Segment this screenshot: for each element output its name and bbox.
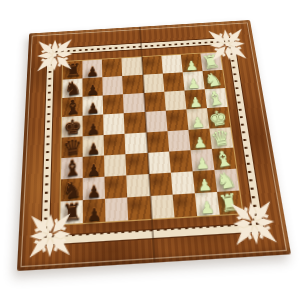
square-c8[interactable]: ♝: [61, 156, 83, 179]
square-d4[interactable]: [146, 131, 169, 153]
square-d3[interactable]: [167, 129, 190, 151]
square-e3[interactable]: [165, 110, 188, 131]
square-b8[interactable]: ♞: [61, 178, 83, 202]
square-h5[interactable]: [122, 57, 143, 76]
square-c4[interactable]: [147, 151, 170, 174]
square-b3[interactable]: [170, 171, 194, 194]
chess-board: ♜♟♟♜♞♟♟♞♝♟♟♝♚♟♟♚♛♟♟♛♝♟♟♝♞♟♟♞♜♟♟♜: [17, 20, 291, 271]
square-b4[interactable]: [149, 172, 173, 195]
square-e7[interactable]: ♟: [83, 115, 104, 136]
square-f7[interactable]: ♟: [83, 96, 104, 116]
square-e4[interactable]: [145, 111, 167, 132]
star-inlay-icon: [221, 191, 289, 255]
square-h4[interactable]: [141, 56, 162, 75]
square-d1[interactable]: ♛: [209, 127, 233, 149]
photo-background: ♜♟♟♜♞♟♟♞♝♟♟♝♚♟♟♚♛♟♟♛♝♟♟♝♞♟♟♞♜♟♟♜: [0, 0, 300, 300]
square-g5[interactable]: [123, 75, 144, 95]
square-g1[interactable]: ♞: [202, 70, 225, 90]
square-b5[interactable]: [127, 174, 150, 197]
square-e1[interactable]: ♚: [207, 107, 230, 128]
square-g7[interactable]: ♟: [83, 77, 103, 97]
square-a7[interactable]: ♟: [83, 199, 106, 223]
square-b6[interactable]: [105, 175, 128, 199]
black-pawn: ♟: [87, 207, 102, 224]
square-a4[interactable]: [150, 195, 174, 219]
square-e8[interactable]: ♚: [62, 116, 83, 137]
square-a2[interactable]: ♟: [195, 192, 220, 216]
square-c6[interactable]: [104, 154, 126, 177]
square-a6[interactable]: [105, 197, 128, 221]
square-h2[interactable]: ♟: [181, 54, 203, 73]
square-c7[interactable]: ♟: [83, 155, 105, 178]
star-inlay-icon: [29, 32, 80, 79]
star-inlay-icon: [200, 22, 256, 69]
square-e5[interactable]: [124, 112, 146, 133]
square-e2[interactable]: ♟: [186, 108, 209, 129]
square-d7[interactable]: ♟: [83, 135, 105, 157]
board-surface: ♜♟♟♜♞♟♟♞♝♟♟♝♚♟♟♚♛♟♟♛♝♟♟♝♞♟♟♞♜♟♟♜: [17, 20, 291, 271]
square-d5[interactable]: [125, 132, 147, 154]
square-f5[interactable]: [123, 93, 144, 113]
square-d8[interactable]: ♛: [61, 136, 82, 158]
page: { "game": "chess", "scene": "inlaid wood…: [0, 0, 300, 300]
square-a5[interactable]: [128, 196, 152, 220]
square-g6[interactable]: [103, 76, 124, 96]
square-f2[interactable]: ♟: [184, 90, 207, 110]
square-f4[interactable]: [144, 92, 166, 112]
square-f6[interactable]: [103, 94, 124, 114]
square-g2[interactable]: ♟: [182, 71, 204, 91]
square-e6[interactable]: [103, 114, 125, 135]
star-inlay-icon: [19, 204, 79, 269]
square-c3[interactable]: [169, 150, 193, 173]
square-f8[interactable]: ♝: [62, 97, 83, 117]
square-a3[interactable]: [172, 193, 197, 217]
square-c2[interactable]: ♟: [190, 149, 214, 172]
square-g4[interactable]: [143, 74, 164, 94]
white-pawn: ♟: [199, 200, 215, 217]
square-b1[interactable]: ♞: [214, 168, 239, 191]
square-h3[interactable]: [161, 55, 182, 74]
square-g8[interactable]: ♞: [62, 79, 82, 99]
square-g3[interactable]: [162, 72, 184, 92]
square-d2[interactable]: ♟: [188, 128, 212, 150]
checkerboard-field: ♜♟♟♜♞♟♟♞♝♟♟♝♚♟♟♚♛♟♟♛♝♟♟♝♞♟♟♞♜♟♟♜: [59, 51, 244, 225]
square-f1[interactable]: ♝: [205, 88, 228, 108]
square-h7[interactable]: ♟: [83, 60, 103, 79]
square-b7[interactable]: ♟: [83, 176, 105, 200]
square-c1[interactable]: ♝: [212, 147, 236, 170]
square-h6[interactable]: [102, 58, 122, 77]
square-d6[interactable]: [104, 133, 126, 155]
square-c5[interactable]: [126, 152, 149, 175]
square-b2[interactable]: ♟: [192, 170, 217, 193]
square-f3[interactable]: [164, 91, 186, 111]
